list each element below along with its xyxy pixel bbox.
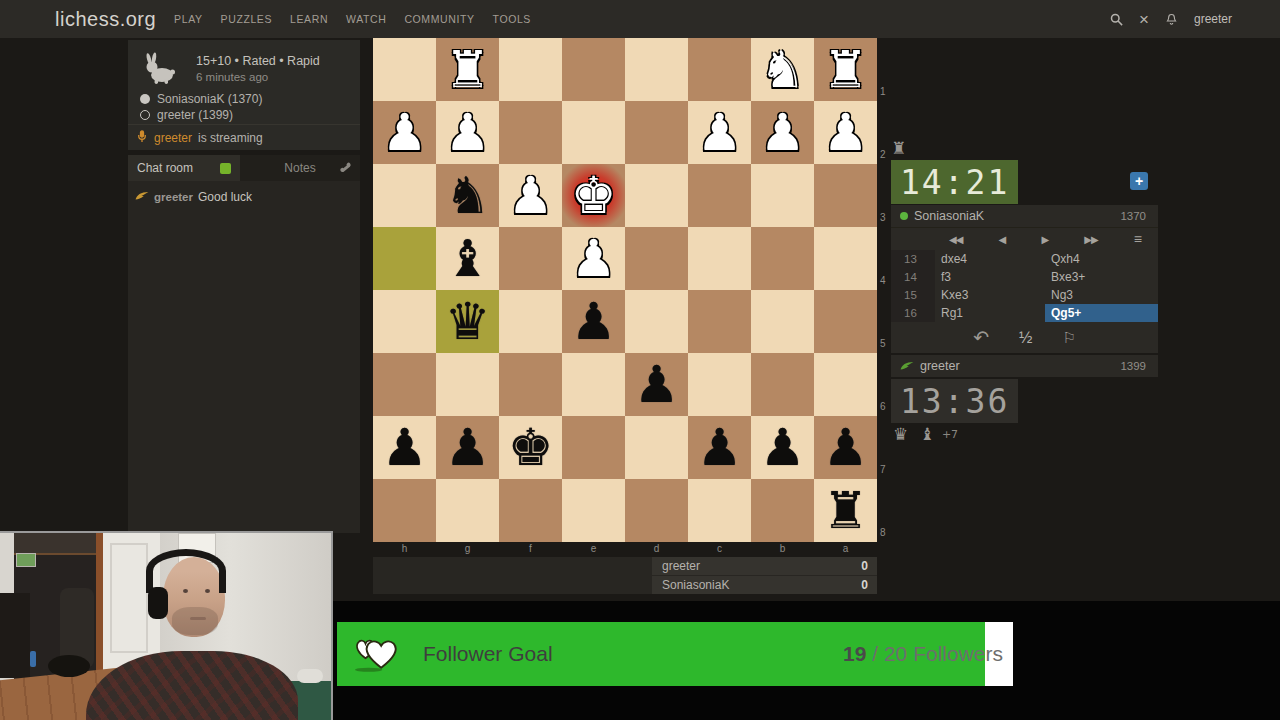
bell-icon[interactable] (1164, 12, 1179, 27)
top-player-rating: 1370 (1120, 210, 1146, 222)
search-icon[interactable] (1109, 12, 1124, 27)
move-white-14[interactable]: f3 (935, 268, 1045, 286)
top-player-name[interactable]: SoniasoniaK (914, 209, 1114, 223)
move-row-13: 13dxe4Qxh4 (891, 250, 1158, 268)
white-pawn[interactable]: ♟ (445, 101, 491, 164)
rank-label-7: 7 (880, 464, 886, 475)
square-d4[interactable] (625, 227, 688, 290)
white-pawn[interactable]: ♟ (760, 101, 806, 164)
captured-glyphs: ♛ ♝ (893, 424, 938, 444)
square-h1[interactable] (373, 38, 436, 101)
square-b2[interactable]: ♟ (751, 101, 814, 164)
streaming-username: greeter (154, 131, 192, 145)
square-a4[interactable] (814, 227, 877, 290)
square-e7[interactable] (562, 416, 625, 479)
follower-goal-banner: Follower Goal 19 / 20 Followers (337, 622, 1013, 686)
streaming-text: is streaming (198, 131, 263, 145)
square-f4[interactable] (499, 227, 562, 290)
square-c3[interactable] (688, 164, 751, 227)
rank-label-4: 4 (880, 275, 886, 286)
square-b7[interactable]: ♟ (751, 416, 814, 479)
black-pawn[interactable]: ♟ (571, 290, 617, 353)
square-d8[interactable] (625, 479, 688, 542)
black-pawn[interactable]: ♟ (445, 416, 491, 479)
rank-label-6: 6 (880, 401, 886, 412)
square-a1[interactable]: ♜ (814, 38, 877, 101)
square-e2[interactable] (562, 101, 625, 164)
black-pawn[interactable]: ♟ (634, 353, 680, 416)
move-row-14: 14f3Bxe3+ (891, 268, 1158, 286)
streamer-beard (172, 607, 218, 635)
square-e1[interactable] (562, 38, 625, 101)
square-b6[interactable] (751, 353, 814, 416)
captured-by-white: ♜ (891, 138, 906, 158)
square-d2[interactable] (625, 101, 688, 164)
score-table: greeter0SoniasoniaK0 (652, 557, 877, 595)
nav-item-puzzles[interactable]: PUZZLES (219, 9, 274, 29)
square-f6[interactable] (499, 353, 562, 416)
square-a3[interactable] (814, 164, 877, 227)
square-d3[interactable] (625, 164, 688, 227)
webcam-bottle (30, 651, 36, 667)
webcam-bag (48, 655, 90, 677)
white-pawn[interactable]: ♟ (571, 227, 617, 290)
file-label-g: g (436, 543, 499, 554)
webcam-door-panel (110, 543, 148, 653)
black-king[interactable]: ♚ (508, 416, 554, 479)
square-d5[interactable] (625, 290, 688, 353)
black-pawn[interactable]: ♟ (823, 416, 869, 479)
black-color-dot (140, 110, 150, 120)
file-label-c: c (688, 543, 751, 554)
file-label-h: h (373, 543, 436, 554)
file-label-a: a (814, 543, 877, 554)
square-d6[interactable]: ♟ (625, 353, 688, 416)
move-nav-first-icon[interactable]: ◀◀ (949, 234, 962, 245)
follower-count: 19 / 20 Followers (843, 642, 1003, 666)
move-black-14[interactable]: Bxe3+ (1045, 268, 1158, 286)
score-strip: greeter0SoniasoniaK0 (373, 557, 877, 594)
square-e4[interactable]: ♟ (562, 227, 625, 290)
white-knight[interactable]: ♞ (760, 38, 806, 101)
chat-tabs: Chat room Notes (128, 155, 360, 181)
square-g1[interactable]: ♜ (436, 38, 499, 101)
square-f1[interactable] (499, 38, 562, 101)
score-value: 0 (861, 559, 868, 573)
square-a7[interactable]: ♟ (814, 416, 877, 479)
white-color-dot (140, 94, 150, 104)
give-time-button[interactable]: + (1130, 172, 1148, 190)
square-a2[interactable]: ♟ (814, 101, 877, 164)
square-b8[interactable] (751, 479, 814, 542)
chat-message-text: Good luck (198, 190, 252, 204)
move-number: 15 (891, 286, 935, 304)
square-f5[interactable] (499, 290, 562, 353)
move-nav-next-icon[interactable]: ▶ (1041, 234, 1048, 245)
black-player-line[interactable]: greeter (1399) (140, 108, 233, 122)
white-rook[interactable]: ♜ (445, 38, 491, 101)
webcam-picture (16, 553, 36, 567)
square-h3[interactable] (373, 164, 436, 227)
square-c2[interactable]: ♟ (688, 101, 751, 164)
square-c1[interactable] (688, 38, 751, 101)
square-h5[interactable] (373, 290, 436, 353)
rank-label-5: 5 (880, 338, 886, 349)
square-f3[interactable]: ♟ (499, 164, 562, 227)
black-knight[interactable]: ♞ (445, 164, 491, 227)
webcam-dresser (0, 593, 30, 678)
square-a8[interactable]: ♜ (814, 479, 877, 542)
time-control: 15+10 • Rated • Rapid (196, 54, 320, 68)
white-king[interactable]: ♚ (571, 164, 617, 227)
white-pawn[interactable]: ♟ (823, 101, 869, 164)
tab-chat-room[interactable]: Chat room (128, 155, 240, 181)
score-row-SoniasoniaK: SoniasoniaK0 (652, 576, 877, 594)
score-name: SoniasoniaK (662, 578, 729, 592)
white-rook[interactable]: ♜ (823, 38, 869, 101)
rank-label-8: 8 (880, 527, 886, 538)
black-player-label: greeter (1399) (157, 108, 233, 122)
black-pawn[interactable]: ♟ (760, 416, 806, 479)
square-g3[interactable]: ♞ (436, 164, 499, 227)
square-g8[interactable] (436, 479, 499, 542)
move-white-16[interactable]: Rg1 (935, 304, 1045, 322)
file-label-f: f (499, 543, 562, 554)
square-e3[interactable]: ♚ (562, 164, 625, 227)
game-action-row: ↶ ½ ⚐ (891, 322, 1158, 353)
move-nav-prev-icon[interactable]: ◀ (999, 234, 1006, 245)
square-a5[interactable] (814, 290, 877, 353)
square-e6[interactable] (562, 353, 625, 416)
move-number: 13 (891, 250, 935, 268)
file-label-e: e (562, 543, 625, 554)
header-right: × greeter (1109, 0, 1232, 38)
streamer-wing-icon (135, 190, 149, 204)
square-b1[interactable]: ♞ (751, 38, 814, 101)
webcam-video (0, 531, 333, 720)
white-player-label: SoniasoniaK (1370) (157, 92, 262, 106)
nav-item-watch[interactable]: WATCH (344, 9, 388, 29)
black-pawn[interactable]: ♟ (382, 416, 428, 479)
webcam-shelf (14, 533, 96, 555)
square-g6[interactable] (436, 353, 499, 416)
square-f2[interactable] (499, 101, 562, 164)
chat-toggle[interactable] (220, 163, 231, 174)
takeback-button[interactable]: ↶ (973, 326, 989, 349)
nav-item-community[interactable]: COMMUNITY (402, 9, 476, 29)
white-player-line[interactable]: SoniasoniaK (1370) (140, 92, 262, 106)
square-b5[interactable] (751, 290, 814, 353)
score-name: greeter (662, 559, 700, 573)
lichess-logo[interactable]: lichess.org (55, 8, 156, 31)
move-list: 13dxe4Qxh414f3Bxe3+15Kxe3Ng316Rg1Qg5+ (891, 250, 1158, 322)
follower-target: / 20 Followers (866, 642, 1003, 665)
square-g5[interactable]: ♛ (436, 290, 499, 353)
bottom-player-name[interactable]: greeter (920, 359, 1114, 373)
rank-label-3: 3 (880, 212, 886, 223)
white-clock: 14:21 (891, 160, 1018, 204)
square-h4[interactable] (373, 227, 436, 290)
square-e8[interactable] (562, 479, 625, 542)
top-player-row[interactable]: SoniasoniaK 1370 (891, 205, 1158, 227)
streamer-mouth (190, 617, 206, 620)
nav-item-learn[interactable]: LEARN (288, 9, 330, 29)
follower-current: 19 (843, 642, 866, 665)
square-h2[interactable]: ♟ (373, 101, 436, 164)
file-label-d: d (625, 543, 688, 554)
square-d7[interactable] (625, 416, 688, 479)
material-advantage: +7 (942, 428, 958, 441)
hearts-icon (353, 631, 401, 677)
chess-board: ♜♞♜♟♟♟♟♟♞♟♚♝♟♛♟♟♟♟♚♟♟♟♜ (373, 38, 877, 542)
captured-by-black: ♛ ♝ +7 (893, 424, 958, 444)
rapid-rabbit-icon (142, 52, 178, 90)
move-row-15: 15Kxe3Ng3 (891, 286, 1158, 304)
move-white-15[interactable]: Kxe3 (935, 286, 1045, 304)
square-c7[interactable]: ♟ (688, 416, 751, 479)
move-nav-last-icon[interactable]: ▶▶ (1084, 234, 1097, 245)
move-black-13[interactable]: Qxh4 (1045, 250, 1158, 268)
square-h6[interactable] (373, 353, 436, 416)
move-black-16[interactable]: Qg5+ (1045, 304, 1158, 322)
square-c8[interactable] (688, 479, 751, 542)
square-g7[interactable]: ♟ (436, 416, 499, 479)
black-queen[interactable]: ♛ (445, 290, 491, 353)
square-h8[interactable] (373, 479, 436, 542)
logged-in-username[interactable]: greeter (1194, 12, 1232, 26)
follower-goal-label: Follower Goal (423, 642, 553, 666)
patron-wing-icon (900, 357, 914, 375)
move-black-15[interactable]: Ng3 (1045, 286, 1158, 304)
score-value: 0 (861, 578, 868, 592)
online-dot (900, 212, 908, 220)
square-c5[interactable] (688, 290, 751, 353)
move-row-16: 16Rg1Qg5+ (891, 304, 1158, 322)
square-h7[interactable]: ♟ (373, 416, 436, 479)
move-number: 14 (891, 268, 935, 286)
white-pawn[interactable]: ♟ (697, 101, 743, 164)
move-nav-controls: ◀◀◀▶▶▶≡ (891, 227, 1158, 250)
chat-panel: Chat room Notes greeter Good luck (128, 155, 360, 533)
square-b4[interactable] (751, 227, 814, 290)
headphones-earcup (148, 587, 168, 619)
bottom-player-row[interactable]: greeter 1399 (891, 355, 1158, 377)
game-time-ago: 6 minutes ago (196, 71, 268, 83)
square-g2[interactable]: ♟ (436, 101, 499, 164)
game-info-panel: 15+10 • Rated • Rapid 6 minutes ago Soni… (128, 40, 360, 150)
webcam-paper-roll (297, 669, 323, 683)
square-f7[interactable]: ♚ (499, 416, 562, 479)
chat-message-user[interactable]: greeter (154, 191, 193, 203)
square-a6[interactable] (814, 353, 877, 416)
resign-flag-button[interactable]: ⚐ (1062, 329, 1075, 347)
move-number: 16 (891, 304, 935, 322)
rank-label-2: 2 (880, 149, 886, 160)
main-nav: PLAYPUZZLESLEARNWATCHCOMMUNITYTOOLS (172, 9, 533, 29)
black-clock: 13:36 (891, 379, 1018, 423)
phone-icon[interactable] (339, 161, 353, 179)
white-pawn[interactable]: ♟ (508, 164, 554, 227)
square-f8[interactable] (499, 479, 562, 542)
square-e5[interactable]: ♟ (562, 290, 625, 353)
top-nav-bar: lichess.org PLAYPUZZLESLEARNWATCHCOMMUNI… (0, 0, 1280, 38)
bottom-player-rating: 1399 (1120, 360, 1146, 372)
chat-room-label: Chat room (137, 161, 193, 175)
chat-message: greeter Good luck (128, 181, 360, 213)
close-icon[interactable]: × (1139, 11, 1149, 28)
microphone-icon (136, 129, 148, 147)
offer-draw-button[interactable]: ½ (1019, 329, 1032, 347)
square-c6[interactable] (688, 353, 751, 416)
nav-item-tools[interactable]: TOOLS (491, 9, 533, 29)
black-rook[interactable]: ♜ (823, 479, 869, 542)
streaming-notice[interactable]: greeter is streaming (128, 124, 360, 150)
file-labels: hgfedcba (373, 543, 877, 554)
black-pawn[interactable]: ♟ (697, 416, 743, 479)
rank-label-1: 1 (880, 86, 886, 97)
square-g4[interactable]: ♝ (436, 227, 499, 290)
move-white-13[interactable]: dxe4 (935, 250, 1045, 268)
score-row-greeter: greeter0 (652, 557, 877, 575)
square-b3[interactable] (751, 164, 814, 227)
nav-item-play[interactable]: PLAY (172, 9, 204, 29)
notes-label: Notes (284, 161, 315, 175)
black-bishop[interactable]: ♝ (445, 227, 491, 290)
square-d1[interactable] (625, 38, 688, 101)
move-nav-menu-icon[interactable]: ≡ (1134, 231, 1142, 247)
page: lichess.org PLAYPUZZLESLEARNWATCHCOMMUNI… (0, 0, 1280, 720)
white-pawn[interactable]: ♟ (382, 101, 428, 164)
square-c4[interactable] (688, 227, 751, 290)
file-label-b: b (751, 543, 814, 554)
